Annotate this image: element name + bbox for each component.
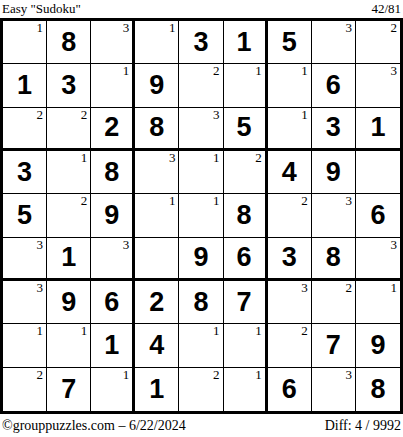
- big-digit: 3: [312, 108, 355, 148]
- cell-r3c7[interactable]: 1: [268, 108, 312, 151]
- cell-r6c2[interactable]: 1: [47, 238, 91, 281]
- cell-r9c1[interactable]: 2: [3, 368, 47, 411]
- cell-r3c6[interactable]: 5: [224, 108, 268, 151]
- big-digit: 6: [356, 194, 400, 236]
- corner-mark: 2: [390, 21, 397, 36]
- corner-mark: 1: [81, 324, 88, 339]
- corner-mark: 1: [390, 281, 397, 296]
- cell-r3c1[interactable]: 2: [3, 108, 47, 151]
- cell-r1c2[interactable]: 8: [47, 21, 91, 64]
- cell-r2c2[interactable]: 3: [47, 64, 91, 107]
- big-digit: 5: [224, 108, 265, 148]
- cell-r6c3[interactable]: 3: [91, 238, 135, 281]
- big-digit: 2: [135, 281, 178, 323]
- big-digit: 6: [268, 368, 311, 411]
- big-digit: 9: [179, 238, 222, 278]
- cell-r1c4[interactable]: 1: [135, 21, 179, 64]
- corner-mark: 1: [123, 64, 130, 79]
- big-digit: 3: [47, 64, 90, 106]
- cell-r1c3[interactable]: 3: [91, 21, 135, 64]
- cell-r5c5[interactable]: 1: [179, 194, 223, 237]
- cell-r8c4[interactable]: 4: [135, 324, 179, 367]
- given-counter: 42/81: [371, 1, 401, 16]
- corner-mark: 3: [123, 21, 130, 36]
- big-digit: 4: [268, 151, 311, 193]
- cell-r3c9[interactable]: 1: [356, 108, 400, 151]
- cell-r1c8[interactable]: 3: [312, 21, 356, 64]
- big-digit: 9: [312, 151, 355, 193]
- cell-r4c1[interactable]: 3: [3, 151, 47, 194]
- cell-r7c3[interactable]: 6: [91, 281, 135, 324]
- cell-r7c6[interactable]: 7: [224, 281, 268, 324]
- cell-r4c8[interactable]: 9: [312, 151, 356, 194]
- cell-r6c8[interactable]: 8: [312, 238, 356, 281]
- big-digit: 1: [3, 64, 46, 106]
- cell-r7c4[interactable]: 2: [135, 281, 179, 324]
- cell-r7c5[interactable]: 8: [179, 281, 223, 324]
- cell-r8c1[interactable]: 1: [3, 324, 47, 367]
- big-digit: 3: [268, 238, 311, 278]
- corner-mark: 1: [213, 194, 220, 209]
- cell-r2c6[interactable]: 1: [224, 64, 268, 107]
- big-digit: 1: [224, 21, 265, 63]
- cell-r7c7[interactable]: 3: [268, 281, 312, 324]
- big-digit: 1: [47, 238, 90, 278]
- cell-r9c8[interactable]: 3: [312, 368, 356, 411]
- big-digit: 7: [224, 281, 265, 323]
- copyright-text: ©grouppuzzles.com – 6/22/2024: [2, 418, 186, 434]
- difficulty-text: Diff: 4 / 9992: [325, 418, 401, 434]
- big-digit: 5: [3, 194, 46, 236]
- corner-mark: 1: [37, 324, 44, 339]
- cell-r9c2[interactable]: 7: [47, 368, 91, 411]
- big-digit: 6: [91, 281, 132, 323]
- cell-r2c4[interactable]: 9: [135, 64, 179, 107]
- sudoku-page: Easy "Sudoku" 42/81 18313153213192116322…: [0, 0, 403, 437]
- cell-r7c1[interactable]: 3: [3, 281, 47, 324]
- cell-r4c6[interactable]: 2: [224, 151, 268, 194]
- sudoku-board: 1831315321319211632228351313183124952911…: [0, 18, 403, 414]
- cell-r6c4[interactable]: [135, 238, 179, 281]
- cell-r8c9[interactable]: 9: [356, 324, 400, 367]
- corner-mark: 2: [37, 108, 44, 123]
- cell-r9c7[interactable]: 6: [268, 368, 312, 411]
- big-digit: 7: [47, 368, 90, 411]
- cell-r8c8[interactable]: 7: [312, 324, 356, 367]
- cell-r6c9[interactable]: 3: [356, 238, 400, 281]
- big-digit: 8: [91, 151, 132, 193]
- corner-mark: 3: [345, 21, 352, 36]
- big-digit: 5: [268, 21, 311, 63]
- corner-mark: 2: [213, 368, 220, 383]
- corner-mark: 1: [213, 151, 220, 166]
- big-digit: 8: [47, 21, 90, 63]
- cell-r8c5[interactable]: 1: [179, 324, 223, 367]
- cell-r5c6[interactable]: 8: [224, 194, 268, 237]
- cell-r8c3[interactable]: 1: [91, 324, 135, 367]
- corner-mark: 1: [169, 21, 176, 36]
- cell-r6c6[interactable]: 6: [224, 238, 268, 281]
- cell-r1c9[interactable]: 2: [356, 21, 400, 64]
- corner-mark: 1: [37, 21, 44, 36]
- cell-r2c1[interactable]: 1: [3, 64, 47, 107]
- big-digit: 3: [3, 151, 46, 193]
- corner-mark: 1: [255, 368, 262, 383]
- cell-r4c3[interactable]: 8: [91, 151, 135, 194]
- cell-r5c8[interactable]: 3: [312, 194, 356, 237]
- cell-r4c2[interactable]: 1: [47, 151, 91, 194]
- corner-mark: 3: [345, 368, 352, 383]
- corner-mark: 2: [301, 324, 308, 339]
- big-digit: 8: [356, 368, 400, 411]
- corner-mark: 3: [301, 281, 308, 296]
- header: Easy "Sudoku" 42/81: [0, 0, 403, 18]
- corner-mark: 3: [390, 64, 397, 79]
- cell-r2c3[interactable]: 1: [91, 64, 135, 107]
- cell-r1c7[interactable]: 5: [268, 21, 312, 64]
- big-digit: 6: [224, 238, 265, 278]
- corner-mark: 2: [37, 368, 44, 383]
- corner-mark: 2: [213, 64, 220, 79]
- corner-mark: 1: [123, 368, 130, 383]
- big-digit: 2: [91, 108, 132, 148]
- big-digit: 9: [91, 194, 132, 236]
- big-digit: 3: [179, 21, 222, 63]
- cell-r5c2[interactable]: 2: [47, 194, 91, 237]
- page-title: Easy "Sudoku": [2, 1, 81, 16]
- corner-mark: 3: [37, 238, 44, 253]
- corner-mark: 3: [37, 281, 44, 296]
- corner-mark: 1: [301, 64, 308, 79]
- corner-mark: 1: [301, 108, 308, 123]
- corner-mark: 1: [169, 194, 176, 209]
- cell-r9c4[interactable]: 1: [135, 368, 179, 411]
- cell-r5c7[interactable]: 2: [268, 194, 312, 237]
- cell-r1c6[interactable]: 1: [224, 21, 268, 64]
- big-digit: 1: [91, 324, 132, 366]
- corner-mark: 3: [169, 151, 176, 166]
- cell-r5c4[interactable]: 1: [135, 194, 179, 237]
- corner-mark: 1: [255, 64, 262, 79]
- cell-r1c5[interactable]: 3: [179, 21, 223, 64]
- big-digit: 1: [356, 108, 400, 148]
- big-digit: 9: [135, 64, 178, 106]
- cell-r2c8[interactable]: 6: [312, 64, 356, 107]
- footer: ©grouppuzzles.com – 6/22/2024 Diff: 4 / …: [0, 414, 403, 437]
- cell-r5c1[interactable]: 5: [3, 194, 47, 237]
- cell-r7c9[interactable]: 1: [356, 281, 400, 324]
- cell-r4c5[interactable]: 1: [179, 151, 223, 194]
- cell-r3c5[interactable]: 3: [179, 108, 223, 151]
- cell-r4c4[interactable]: 3: [135, 151, 179, 194]
- cell-r3c4[interactable]: 8: [135, 108, 179, 151]
- big-digit: 8: [179, 281, 222, 323]
- cell-r4c7[interactable]: 4: [268, 151, 312, 194]
- cell-r2c7[interactable]: 1: [268, 64, 312, 107]
- big-digit: 4: [135, 324, 178, 366]
- cell-r7c8[interactable]: 2: [312, 281, 356, 324]
- cell-r6c5[interactable]: 9: [179, 238, 223, 281]
- cell-r8c6[interactable]: 1: [224, 324, 268, 367]
- cell-r9c3[interactable]: 1: [91, 368, 135, 411]
- corner-mark: 1: [255, 324, 262, 339]
- corner-mark: 1: [213, 324, 220, 339]
- corner-mark: 2: [345, 281, 352, 296]
- corner-mark: 2: [81, 194, 88, 209]
- corner-mark: 2: [301, 194, 308, 209]
- big-digit: 9: [47, 281, 90, 323]
- corner-mark: 2: [255, 151, 262, 166]
- big-digit: 8: [224, 194, 265, 236]
- cell-r3c2[interactable]: 2: [47, 108, 91, 151]
- big-digit: 6: [312, 64, 355, 106]
- cell-r7c2[interactable]: 9: [47, 281, 91, 324]
- corner-mark: 2: [81, 108, 88, 123]
- corner-mark: 3: [123, 238, 130, 253]
- big-digit: 7: [312, 324, 355, 366]
- big-digit: 8: [135, 108, 178, 148]
- corner-mark: 3: [213, 108, 220, 123]
- big-digit: 9: [356, 324, 400, 366]
- cell-r9c9[interactable]: 8: [356, 368, 400, 411]
- cell-r5c9[interactable]: 6: [356, 194, 400, 237]
- cell-r8c2[interactable]: 1: [47, 324, 91, 367]
- cell-r9c6[interactable]: 1: [224, 368, 268, 411]
- cell-r3c8[interactable]: 3: [312, 108, 356, 151]
- cell-r6c7[interactable]: 3: [268, 238, 312, 281]
- cell-r1c1[interactable]: 1: [3, 21, 47, 64]
- cell-r2c9[interactable]: 3: [356, 64, 400, 107]
- big-digit: 1: [135, 368, 178, 411]
- cell-r3c3[interactable]: 2: [91, 108, 135, 151]
- cell-r8c7[interactable]: 2: [268, 324, 312, 367]
- cell-r5c3[interactable]: 9: [91, 194, 135, 237]
- cell-r2c5[interactable]: 2: [179, 64, 223, 107]
- corner-mark: 3: [345, 194, 352, 209]
- corner-mark: 3: [390, 238, 397, 253]
- cell-r9c5[interactable]: 2: [179, 368, 223, 411]
- corner-mark: 1: [81, 151, 88, 166]
- cell-r6c1[interactable]: 3: [3, 238, 47, 281]
- big-digit: 8: [312, 238, 355, 278]
- cell-r4c9[interactable]: [356, 151, 400, 194]
